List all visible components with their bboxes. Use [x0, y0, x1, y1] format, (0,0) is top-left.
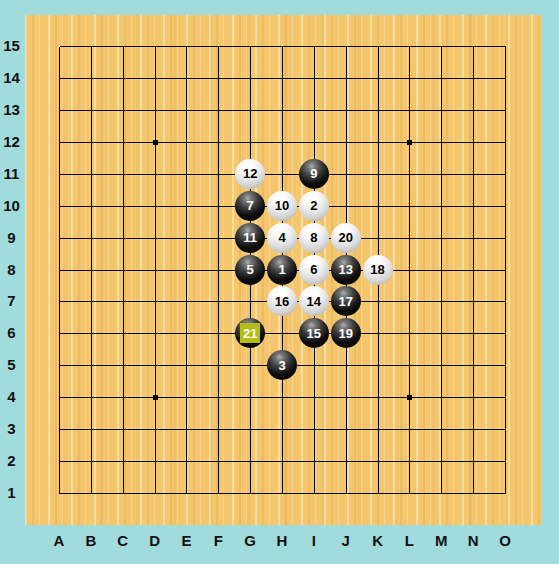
- stone-black-5: 5: [235, 255, 265, 285]
- col-label-C: C: [111, 532, 135, 549]
- stone-number: 20: [338, 231, 352, 244]
- col-label-G: G: [238, 532, 262, 549]
- stone-black-17: 17: [331, 286, 361, 316]
- row-label-10: 10: [0, 198, 23, 214]
- stone-number: 9: [310, 167, 317, 180]
- row-label-1: 1: [0, 485, 23, 501]
- last-move-highlight: 21: [240, 323, 260, 343]
- col-label-B: B: [79, 532, 103, 549]
- stone-number: 2: [310, 199, 317, 212]
- col-label-N: N: [461, 532, 485, 549]
- row-label-14: 14: [0, 70, 23, 86]
- stone-number: 5: [247, 263, 254, 276]
- row-label-2: 2: [0, 453, 23, 469]
- col-label-A: A: [47, 532, 71, 549]
- star-point: [407, 395, 412, 400]
- stone-number: 14: [307, 295, 321, 308]
- stone-number: 10: [275, 199, 289, 212]
- star-point: [153, 395, 158, 400]
- stone-white-12: 12: [235, 159, 265, 189]
- stone-number: 12: [243, 167, 257, 180]
- stone-black-15: 15: [299, 318, 329, 348]
- stone-number: 7: [247, 199, 254, 212]
- stone-number: 8: [310, 231, 317, 244]
- stone-black-1: 1: [267, 255, 297, 285]
- row-label-6: 6: [0, 325, 23, 341]
- go-board[interactable]: 123456789101112131415161718192021: [25, 15, 542, 525]
- stone-number: 4: [278, 231, 285, 244]
- row-label-4: 4: [0, 389, 23, 405]
- star-point: [153, 140, 158, 145]
- stone-white-6: 6: [299, 255, 329, 285]
- col-label-O: O: [493, 532, 517, 549]
- col-label-H: H: [270, 532, 294, 549]
- stone-number: 19: [338, 327, 352, 340]
- col-label-K: K: [366, 532, 390, 549]
- row-label-12: 12: [0, 134, 23, 150]
- stone-white-20: 20: [331, 223, 361, 253]
- row-label-3: 3: [0, 421, 23, 437]
- stone-number: 3: [278, 359, 285, 372]
- col-label-L: L: [397, 532, 421, 549]
- row-label-13: 13: [0, 102, 23, 118]
- stone-white-2: 2: [299, 191, 329, 221]
- col-label-M: M: [429, 532, 453, 549]
- stone-white-8: 8: [299, 223, 329, 253]
- stone-number: 6: [310, 263, 317, 276]
- stone-black-7: 7: [235, 191, 265, 221]
- row-label-7: 7: [0, 293, 23, 309]
- stone-number: 1: [278, 263, 285, 276]
- go-app-window: { "game": "go", "board_size": 15, "coord…: [0, 0, 559, 564]
- row-label-5: 5: [0, 357, 23, 373]
- col-label-J: J: [334, 532, 358, 549]
- stone-number: 18: [370, 263, 384, 276]
- col-label-D: D: [143, 532, 167, 549]
- stone-number: 16: [275, 295, 289, 308]
- row-label-8: 8: [0, 262, 23, 278]
- stone-black-19: 19: [331, 318, 361, 348]
- col-label-F: F: [206, 532, 230, 549]
- star-point: [407, 140, 412, 145]
- row-label-15: 15: [0, 38, 23, 54]
- stone-number: 17: [338, 295, 352, 308]
- stone-black-11: 11: [235, 223, 265, 253]
- stone-number: 15: [307, 327, 321, 340]
- stone-white-4: 4: [267, 223, 297, 253]
- stone-white-18: 18: [363, 255, 393, 285]
- col-label-I: I: [302, 532, 326, 549]
- col-label-E: E: [174, 532, 198, 549]
- stone-number: 11: [243, 231, 257, 244]
- stone-white-10: 10: [267, 191, 297, 221]
- stone-black-9: 9: [299, 159, 329, 189]
- stone-number: 13: [338, 263, 352, 276]
- stone-black-13: 13: [331, 255, 361, 285]
- row-label-11: 11: [0, 166, 23, 182]
- row-label-9: 9: [0, 230, 23, 246]
